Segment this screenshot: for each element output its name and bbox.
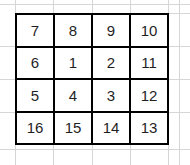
spreadsheet-gridline [168,145,169,165]
spreadsheet-gridline [53,0,54,13]
spreadsheet-gridline [168,0,169,13]
number-grid: 78910612115431216151413 [15,13,169,145]
grid-cell-r4c2[interactable]: 15 [55,113,91,144]
spreadsheet-gridline [0,46,15,47]
grid-cell-r2c4[interactable]: 11 [131,48,167,79]
grid-cell-r1c1[interactable]: 7 [17,15,53,46]
spreadsheet-gridline [92,145,93,165]
grid-cell-r1c3[interactable]: 9 [93,15,129,46]
spreadsheet-gridline [0,112,15,113]
spreadsheet-gridline [15,0,16,13]
grid-cell-r3c3[interactable]: 3 [93,80,129,111]
grid-cell-r3c4[interactable]: 12 [131,80,167,111]
spreadsheet-gridline [130,0,131,13]
grid-cell-r4c1[interactable]: 16 [17,113,53,144]
grid-cell-r4c3[interactable]: 14 [93,113,129,144]
grid-cell-r4c4[interactable]: 13 [131,113,167,144]
grid-cell-r3c1[interactable]: 5 [17,80,53,111]
spreadsheet-gridline [92,0,93,13]
spreadsheet-gridline [0,149,190,150]
grid-cell-r2c3[interactable]: 2 [93,48,129,79]
grid-cell-r1c4[interactable]: 10 [131,15,167,46]
spreadsheet-gridline [53,145,54,165]
spreadsheet-gridline [0,79,15,80]
spreadsheet-gridline [15,145,16,165]
spreadsheet-gridline [0,4,190,5]
grid-cell-r3c2[interactable]: 4 [55,80,91,111]
spreadsheet-gridline [179,0,180,165]
grid-cell-r2c2[interactable]: 1 [55,48,91,79]
spreadsheet-gridline [130,145,131,165]
grid-cell-r1c2[interactable]: 8 [55,15,91,46]
grid-cell-r2c1[interactable]: 6 [17,48,53,79]
